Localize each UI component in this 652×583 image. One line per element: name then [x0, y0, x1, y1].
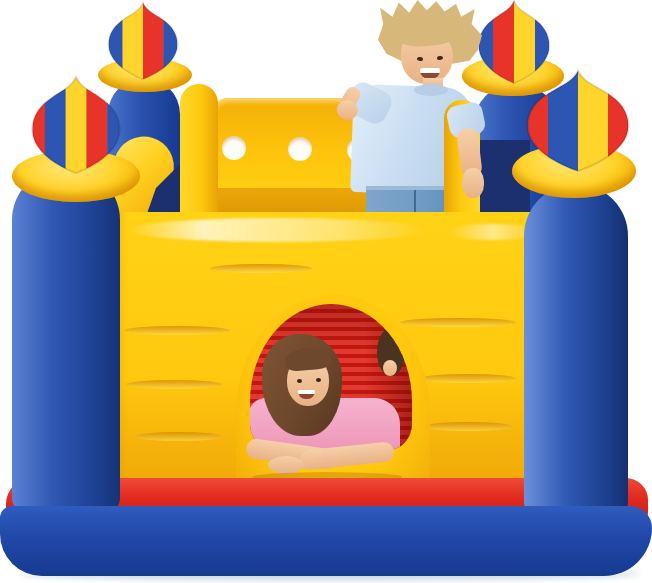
tower-front-right-column — [524, 184, 628, 518]
girl-eye-right — [316, 378, 321, 382]
front-wall-sheen — [128, 218, 428, 242]
second-child-face-hint — [383, 360, 397, 376]
tower-front-right-dome — [518, 70, 638, 172]
dome-stripe — [107, 76, 128, 174]
left-corner-pillar — [180, 84, 218, 222]
dome-stripe — [518, 70, 549, 172]
bounce-castle-photo — [0, 0, 652, 583]
boy-collar — [414, 84, 448, 96]
tower-front-left-dome — [24, 76, 128, 174]
tower-front-left-column — [12, 168, 120, 514]
base-blue-floor — [0, 506, 652, 576]
dome-stripe — [164, 2, 185, 80]
dome-stripe — [66, 76, 87, 174]
tower-back-left-dome — [102, 2, 184, 80]
dome-stripe — [102, 2, 123, 80]
girl-hands — [268, 456, 304, 474]
dome-stripe — [608, 70, 639, 172]
boy-right-fist — [337, 100, 358, 120]
boy-left-hand — [462, 168, 484, 198]
dome-stripe — [24, 76, 45, 174]
girl-eye-left — [297, 379, 302, 383]
